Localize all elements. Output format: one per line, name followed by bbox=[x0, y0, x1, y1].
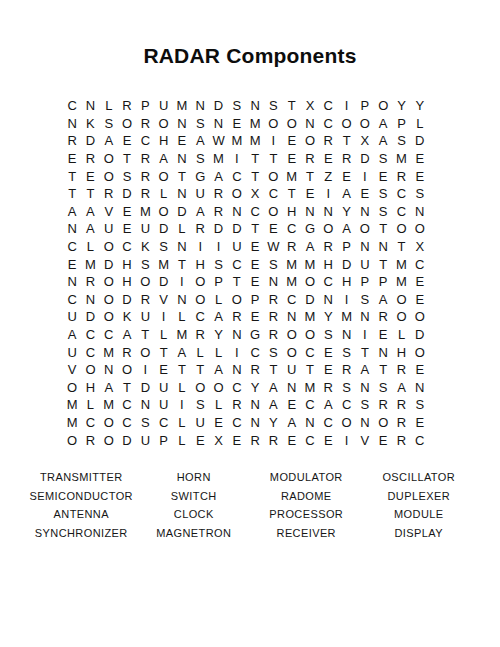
grid-cell[interactable]: N bbox=[81, 291, 99, 309]
grid-cell[interactable]: R bbox=[392, 431, 410, 449]
grid-cell[interactable]: N bbox=[319, 203, 337, 221]
grid-cell[interactable]: E bbox=[283, 150, 301, 168]
grid-cell[interactable]: O bbox=[136, 273, 154, 291]
grid-cell[interactable]: E bbox=[191, 431, 209, 449]
grid-cell[interactable]: O bbox=[411, 343, 429, 361]
grid-cell[interactable]: C bbox=[246, 343, 264, 361]
grid-cell[interactable]: A bbox=[173, 343, 191, 361]
grid-cell[interactable]: A bbox=[283, 414, 301, 432]
grid-cell[interactable]: C bbox=[301, 431, 319, 449]
grid-cell[interactable]: S bbox=[356, 291, 374, 309]
grid-cell[interactable]: R bbox=[264, 291, 282, 309]
grid-cell[interactable]: D bbox=[173, 203, 191, 221]
grid-cell[interactable]: H bbox=[319, 255, 337, 273]
grid-cell[interactable]: N bbox=[228, 203, 246, 221]
grid-cell[interactable]: W bbox=[264, 238, 282, 256]
grid-cell[interactable]: S bbox=[374, 379, 392, 397]
grid-cell[interactable]: L bbox=[209, 396, 227, 414]
grid-cell[interactable]: C bbox=[319, 115, 337, 133]
grid-cell[interactable]: S bbox=[100, 115, 118, 133]
grid-cell[interactable]: C bbox=[228, 379, 246, 397]
grid-cell[interactable]: C bbox=[118, 414, 136, 432]
grid-cell[interactable]: O bbox=[411, 220, 429, 238]
grid-cell[interactable]: H bbox=[337, 273, 355, 291]
grid-cell[interactable]: R bbox=[81, 431, 99, 449]
grid-cell[interactable]: E bbox=[118, 132, 136, 150]
grid-cell[interactable]: T bbox=[374, 255, 392, 273]
grid-cell[interactable]: R bbox=[209, 203, 227, 221]
grid-cell[interactable]: M bbox=[63, 396, 81, 414]
grid-cell[interactable]: U bbox=[154, 97, 172, 115]
grid-cell[interactable]: O bbox=[392, 220, 410, 238]
grid-cell[interactable]: M bbox=[301, 255, 319, 273]
grid-cell[interactable]: V bbox=[154, 291, 172, 309]
grid-cell[interactable]: P bbox=[209, 273, 227, 291]
grid-cell[interactable]: A bbox=[209, 167, 227, 185]
grid-cell[interactable]: L bbox=[392, 326, 410, 344]
grid-cell[interactable]: R bbox=[283, 238, 301, 256]
grid-cell[interactable]: N bbox=[283, 379, 301, 397]
grid-cell[interactable]: E bbox=[246, 308, 264, 326]
grid-cell[interactable]: N bbox=[337, 326, 355, 344]
grid-cell[interactable]: C bbox=[283, 220, 301, 238]
grid-cell[interactable]: H bbox=[283, 203, 301, 221]
grid-cell[interactable]: I bbox=[191, 238, 209, 256]
grid-cell[interactable]: T bbox=[246, 220, 264, 238]
grid-cell[interactable]: T bbox=[136, 326, 154, 344]
grid-cell[interactable]: S bbox=[264, 343, 282, 361]
grid-cell[interactable]: S bbox=[356, 396, 374, 414]
grid-cell[interactable]: A bbox=[264, 379, 282, 397]
grid-cell[interactable]: N bbox=[356, 238, 374, 256]
grid-cell[interactable]: M bbox=[283, 273, 301, 291]
grid-cell[interactable]: C bbox=[319, 97, 337, 115]
grid-cell[interactable]: E bbox=[246, 255, 264, 273]
grid-cell[interactable]: C bbox=[63, 291, 81, 309]
grid-cell[interactable]: O bbox=[100, 291, 118, 309]
grid-cell[interactable]: R bbox=[136, 185, 154, 203]
grid-cell[interactable]: C bbox=[228, 255, 246, 273]
grid-cell[interactable]: L bbox=[209, 343, 227, 361]
grid-cell[interactable]: C bbox=[337, 396, 355, 414]
grid-cell[interactable]: I bbox=[173, 396, 191, 414]
grid-cell[interactable]: E bbox=[319, 343, 337, 361]
grid-cell[interactable]: S bbox=[411, 396, 429, 414]
grid-cell[interactable]: E bbox=[264, 220, 282, 238]
grid-cell[interactable]: C bbox=[100, 326, 118, 344]
grid-cell[interactable]: T bbox=[337, 132, 355, 150]
grid-cell[interactable]: I bbox=[228, 150, 246, 168]
grid-cell[interactable]: X bbox=[411, 238, 429, 256]
grid-cell[interactable]: E bbox=[301, 185, 319, 203]
grid-cell[interactable]: O bbox=[283, 115, 301, 133]
grid-cell[interactable]: A bbox=[100, 132, 118, 150]
grid-cell[interactable]: S bbox=[264, 97, 282, 115]
grid-cell[interactable]: L bbox=[411, 115, 429, 133]
grid-cell[interactable]: O bbox=[118, 115, 136, 133]
grid-cell[interactable]: T bbox=[264, 361, 282, 379]
grid-cell[interactable]: O bbox=[63, 431, 81, 449]
grid-cell[interactable]: A bbox=[301, 238, 319, 256]
grid-cell[interactable]: E bbox=[283, 396, 301, 414]
grid-cell[interactable]: A bbox=[81, 220, 99, 238]
grid-cell[interactable]: M bbox=[81, 255, 99, 273]
grid-cell[interactable]: P bbox=[136, 97, 154, 115]
grid-cell[interactable]: R bbox=[136, 167, 154, 185]
grid-cell[interactable]: X bbox=[246, 185, 264, 203]
grid-cell[interactable]: R bbox=[264, 308, 282, 326]
grid-cell[interactable]: V bbox=[356, 431, 374, 449]
grid-cell[interactable]: S bbox=[136, 255, 154, 273]
grid-cell[interactable]: M bbox=[392, 255, 410, 273]
grid-cell[interactable]: G bbox=[301, 220, 319, 238]
grid-cell[interactable]: O bbox=[154, 203, 172, 221]
grid-cell[interactable]: R bbox=[209, 185, 227, 203]
grid-cell[interactable]: S bbox=[136, 414, 154, 432]
grid-cell[interactable]: M bbox=[173, 97, 191, 115]
grid-cell[interactable]: C bbox=[191, 308, 209, 326]
grid-cell[interactable]: N bbox=[246, 396, 264, 414]
grid-cell[interactable]: S bbox=[411, 185, 429, 203]
grid-cell[interactable]: R bbox=[337, 150, 355, 168]
grid-cell[interactable]: D bbox=[136, 379, 154, 397]
grid-cell[interactable]: M bbox=[337, 308, 355, 326]
grid-cell[interactable]: C bbox=[411, 255, 429, 273]
grid-cell[interactable]: D bbox=[81, 132, 99, 150]
grid-cell[interactable]: S bbox=[337, 343, 355, 361]
grid-cell[interactable]: T bbox=[374, 220, 392, 238]
grid-cell[interactable]: R bbox=[374, 308, 392, 326]
grid-cell[interactable]: N bbox=[374, 343, 392, 361]
grid-cell[interactable]: M bbox=[392, 150, 410, 168]
grid-cell[interactable]: A bbox=[374, 132, 392, 150]
grid-cell[interactable]: C bbox=[118, 238, 136, 256]
grid-cell[interactable]: A bbox=[100, 379, 118, 397]
grid-cell[interactable]: M bbox=[173, 326, 191, 344]
grid-cell[interactable]: P bbox=[356, 273, 374, 291]
grid-cell[interactable]: U bbox=[228, 238, 246, 256]
grid-cell[interactable]: I bbox=[209, 238, 227, 256]
grid-cell[interactable]: L bbox=[173, 431, 191, 449]
grid-cell[interactable]: H bbox=[81, 379, 99, 397]
grid-cell[interactable]: I bbox=[337, 291, 355, 309]
grid-cell[interactable]: A bbox=[356, 361, 374, 379]
grid-cell[interactable]: L bbox=[154, 185, 172, 203]
grid-cell[interactable]: I bbox=[228, 343, 246, 361]
grid-cell[interactable]: H bbox=[191, 255, 209, 273]
grid-cell[interactable]: P bbox=[337, 238, 355, 256]
grid-cell[interactable]: O bbox=[100, 431, 118, 449]
grid-cell[interactable]: R bbox=[264, 326, 282, 344]
grid-cell[interactable]: T bbox=[264, 150, 282, 168]
grid-cell[interactable]: C bbox=[264, 185, 282, 203]
grid-cell[interactable]: S bbox=[337, 379, 355, 397]
grid-cell[interactable]: D bbox=[118, 431, 136, 449]
grid-cell[interactable]: U bbox=[154, 396, 172, 414]
grid-cell[interactable]: T bbox=[81, 185, 99, 203]
grid-cell[interactable]: O bbox=[356, 115, 374, 133]
grid-cell[interactable]: D bbox=[81, 308, 99, 326]
grid-cell[interactable]: N bbox=[356, 379, 374, 397]
grid-cell[interactable]: D bbox=[411, 132, 429, 150]
grid-cell[interactable]: R bbox=[392, 167, 410, 185]
grid-cell[interactable]: R bbox=[136, 150, 154, 168]
grid-cell[interactable]: C bbox=[283, 291, 301, 309]
grid-cell[interactable]: G bbox=[246, 326, 264, 344]
grid-cell[interactable]: C bbox=[136, 132, 154, 150]
grid-cell[interactable]: T bbox=[301, 361, 319, 379]
grid-cell[interactable]: O bbox=[374, 97, 392, 115]
grid-cell[interactable]: T bbox=[374, 361, 392, 379]
grid-cell[interactable]: E bbox=[374, 167, 392, 185]
grid-cell[interactable]: D bbox=[154, 273, 172, 291]
grid-cell[interactable]: H bbox=[118, 255, 136, 273]
grid-cell[interactable]: P bbox=[374, 273, 392, 291]
grid-cell[interactable]: N bbox=[173, 238, 191, 256]
grid-cell[interactable]: K bbox=[81, 115, 99, 133]
grid-cell[interactable]: C bbox=[118, 396, 136, 414]
grid-cell[interactable]: C bbox=[392, 185, 410, 203]
grid-cell[interactable]: E bbox=[154, 361, 172, 379]
grid-cell[interactable]: C bbox=[246, 203, 264, 221]
grid-cell[interactable]: U bbox=[191, 414, 209, 432]
grid-cell[interactable]: L bbox=[191, 343, 209, 361]
grid-cell[interactable]: A bbox=[374, 291, 392, 309]
grid-cell[interactable]: A bbox=[337, 220, 355, 238]
grid-cell[interactable]: S bbox=[374, 185, 392, 203]
grid-cell[interactable]: N bbox=[301, 203, 319, 221]
grid-cell[interactable]: Y bbox=[411, 97, 429, 115]
grid-cell[interactable]: S bbox=[191, 115, 209, 133]
grid-cell[interactable]: A bbox=[209, 361, 227, 379]
grid-cell[interactable]: I bbox=[154, 308, 172, 326]
grid-cell[interactable]: P bbox=[154, 431, 172, 449]
grid-cell[interactable]: L bbox=[173, 220, 191, 238]
grid-cell[interactable]: O bbox=[81, 361, 99, 379]
grid-cell[interactable]: O bbox=[228, 291, 246, 309]
grid-cell[interactable]: V bbox=[100, 203, 118, 221]
grid-cell[interactable]: X bbox=[356, 132, 374, 150]
grid-cell[interactable]: O bbox=[209, 379, 227, 397]
grid-cell[interactable]: R bbox=[264, 431, 282, 449]
grid-cell[interactable]: N bbox=[81, 97, 99, 115]
grid-cell[interactable]: A bbox=[191, 132, 209, 150]
grid-cell[interactable]: N bbox=[356, 203, 374, 221]
grid-cell[interactable]: N bbox=[63, 115, 81, 133]
grid-cell[interactable]: E bbox=[319, 361, 337, 379]
grid-cell[interactable]: M bbox=[301, 308, 319, 326]
grid-cell[interactable]: E bbox=[411, 150, 429, 168]
grid-cell[interactable]: R bbox=[337, 361, 355, 379]
grid-cell[interactable]: R bbox=[246, 431, 264, 449]
grid-cell[interactable]: N bbox=[264, 273, 282, 291]
grid-cell[interactable]: C bbox=[228, 167, 246, 185]
grid-cell[interactable]: T bbox=[356, 343, 374, 361]
grid-cell[interactable]: E bbox=[228, 431, 246, 449]
grid-cell[interactable]: R bbox=[136, 291, 154, 309]
grid-cell[interactable]: A bbox=[392, 379, 410, 397]
grid-cell[interactable]: M bbox=[301, 379, 319, 397]
grid-cell[interactable]: N bbox=[246, 97, 264, 115]
grid-cell[interactable]: E bbox=[283, 431, 301, 449]
grid-cell[interactable]: I bbox=[356, 167, 374, 185]
grid-cell[interactable]: R bbox=[246, 361, 264, 379]
grid-cell[interactable]: R bbox=[191, 326, 209, 344]
grid-cell[interactable]: N bbox=[100, 361, 118, 379]
grid-cell[interactable]: T bbox=[283, 185, 301, 203]
grid-cell[interactable]: M bbox=[209, 150, 227, 168]
grid-cell[interactable]: E bbox=[81, 167, 99, 185]
grid-cell[interactable]: E bbox=[319, 431, 337, 449]
grid-cell[interactable]: N bbox=[411, 203, 429, 221]
grid-cell[interactable]: A bbox=[264, 396, 282, 414]
grid-cell[interactable]: O bbox=[301, 326, 319, 344]
grid-cell[interactable]: R bbox=[319, 132, 337, 150]
grid-cell[interactable]: N bbox=[209, 115, 227, 133]
grid-cell[interactable]: O bbox=[374, 414, 392, 432]
grid-cell[interactable]: N bbox=[228, 361, 246, 379]
grid-cell[interactable]: U bbox=[63, 308, 81, 326]
grid-cell[interactable]: Z bbox=[319, 167, 337, 185]
grid-cell[interactable]: S bbox=[374, 203, 392, 221]
grid-cell[interactable]: I bbox=[173, 273, 191, 291]
grid-cell[interactable]: E bbox=[337, 167, 355, 185]
grid-cell[interactable]: M bbox=[100, 396, 118, 414]
grid-cell[interactable]: R bbox=[118, 343, 136, 361]
grid-cell[interactable]: K bbox=[118, 308, 136, 326]
grid-cell[interactable]: U bbox=[136, 220, 154, 238]
grid-cell[interactable]: L bbox=[209, 291, 227, 309]
grid-cell[interactable]: I bbox=[319, 185, 337, 203]
grid-cell[interactable]: Y bbox=[392, 97, 410, 115]
grid-cell[interactable]: M bbox=[283, 167, 301, 185]
grid-cell[interactable]: E bbox=[63, 150, 81, 168]
grid-cell[interactable]: E bbox=[118, 203, 136, 221]
grid-cell[interactable]: O bbox=[356, 220, 374, 238]
grid-cell[interactable]: M bbox=[100, 343, 118, 361]
grid-cell[interactable]: D bbox=[209, 220, 227, 238]
grid-cell[interactable]: R bbox=[228, 308, 246, 326]
grid-cell[interactable]: I bbox=[264, 132, 282, 150]
grid-cell[interactable]: C bbox=[81, 326, 99, 344]
grid-cell[interactable]: A bbox=[118, 326, 136, 344]
grid-cell[interactable]: N bbox=[301, 414, 319, 432]
grid-cell[interactable]: M bbox=[392, 273, 410, 291]
grid-cell[interactable]: H bbox=[392, 343, 410, 361]
grid-cell[interactable]: I bbox=[337, 97, 355, 115]
grid-cell[interactable]: P bbox=[246, 291, 264, 309]
grid-cell[interactable]: E bbox=[374, 326, 392, 344]
grid-cell[interactable]: T bbox=[173, 361, 191, 379]
grid-cell[interactable]: N bbox=[173, 115, 191, 133]
grid-cell[interactable]: O bbox=[191, 273, 209, 291]
grid-cell[interactable]: Y bbox=[209, 326, 227, 344]
grid-cell[interactable]: O bbox=[392, 291, 410, 309]
grid-cell[interactable]: C bbox=[319, 273, 337, 291]
grid-cell[interactable]: S bbox=[264, 255, 282, 273]
grid-cell[interactable]: R bbox=[81, 273, 99, 291]
grid-cell[interactable]: L bbox=[173, 308, 191, 326]
grid-cell[interactable]: T bbox=[228, 273, 246, 291]
grid-cell[interactable]: Y bbox=[337, 203, 355, 221]
grid-cell[interactable]: N bbox=[173, 150, 191, 168]
grid-cell[interactable]: D bbox=[228, 220, 246, 238]
grid-cell[interactable]: C bbox=[392, 203, 410, 221]
grid-cell[interactable]: R bbox=[374, 396, 392, 414]
grid-cell[interactable]: O bbox=[191, 291, 209, 309]
grid-cell[interactable]: N bbox=[136, 396, 154, 414]
grid-cell[interactable]: R bbox=[63, 132, 81, 150]
grid-cell[interactable]: R bbox=[118, 97, 136, 115]
grid-cell[interactable]: N bbox=[191, 97, 209, 115]
grid-cell[interactable]: T bbox=[283, 97, 301, 115]
grid-cell[interactable]: H bbox=[118, 273, 136, 291]
grid-cell[interactable]: O bbox=[100, 150, 118, 168]
grid-cell[interactable]: R bbox=[319, 238, 337, 256]
grid-cell[interactable]: O bbox=[283, 343, 301, 361]
grid-cell[interactable]: C bbox=[63, 238, 81, 256]
grid-cell[interactable]: O bbox=[118, 361, 136, 379]
grid-cell[interactable]: C bbox=[81, 414, 99, 432]
grid-cell[interactable]: C bbox=[301, 343, 319, 361]
grid-cell[interactable]: T bbox=[118, 150, 136, 168]
grid-cell[interactable]: D bbox=[154, 220, 172, 238]
grid-cell[interactable]: S bbox=[319, 326, 337, 344]
grid-cell[interactable]: V bbox=[63, 361, 81, 379]
grid-cell[interactable]: O bbox=[191, 379, 209, 397]
grid-cell[interactable]: T bbox=[173, 255, 191, 273]
grid-cell[interactable]: H bbox=[154, 132, 172, 150]
grid-cell[interactable]: N bbox=[356, 308, 374, 326]
grid-cell[interactable]: E bbox=[173, 132, 191, 150]
grid-cell[interactable]: C bbox=[63, 97, 81, 115]
grid-cell[interactable]: M bbox=[228, 132, 246, 150]
grid-cell[interactable]: T bbox=[392, 238, 410, 256]
grid-cell[interactable]: U bbox=[191, 185, 209, 203]
grid-cell[interactable]: I bbox=[356, 326, 374, 344]
grid-cell[interactable]: R bbox=[301, 150, 319, 168]
grid-cell[interactable]: O bbox=[136, 343, 154, 361]
grid-cell[interactable]: P bbox=[356, 97, 374, 115]
grid-cell[interactable]: O bbox=[301, 132, 319, 150]
grid-cell[interactable]: N bbox=[301, 115, 319, 133]
grid-cell[interactable]: O bbox=[100, 308, 118, 326]
grid-cell[interactable]: A bbox=[337, 185, 355, 203]
grid-cell[interactable]: N bbox=[173, 185, 191, 203]
grid-cell[interactable]: T bbox=[191, 361, 209, 379]
grid-cell[interactable]: U bbox=[136, 308, 154, 326]
grid-cell[interactable]: S bbox=[392, 132, 410, 150]
grid-cell[interactable]: M bbox=[246, 115, 264, 133]
grid-cell[interactable]: R bbox=[392, 414, 410, 432]
grid-cell[interactable]: T bbox=[173, 167, 191, 185]
grid-cell[interactable]: E bbox=[356, 185, 374, 203]
grid-cell[interactable]: T bbox=[63, 185, 81, 203]
grid-cell[interactable]: D bbox=[337, 255, 355, 273]
grid-cell[interactable]: T bbox=[63, 167, 81, 185]
grid-cell[interactable]: D bbox=[411, 326, 429, 344]
grid-cell[interactable]: C bbox=[81, 343, 99, 361]
grid-cell[interactable]: E bbox=[246, 238, 264, 256]
grid-cell[interactable]: A bbox=[63, 203, 81, 221]
grid-cell[interactable]: N bbox=[411, 379, 429, 397]
grid-cell[interactable]: A bbox=[209, 308, 227, 326]
grid-cell[interactable]: E bbox=[411, 273, 429, 291]
grid-cell[interactable]: A bbox=[81, 203, 99, 221]
grid-cell[interactable]: A bbox=[191, 203, 209, 221]
grid-cell[interactable]: T bbox=[154, 343, 172, 361]
grid-cell[interactable]: U bbox=[154, 379, 172, 397]
